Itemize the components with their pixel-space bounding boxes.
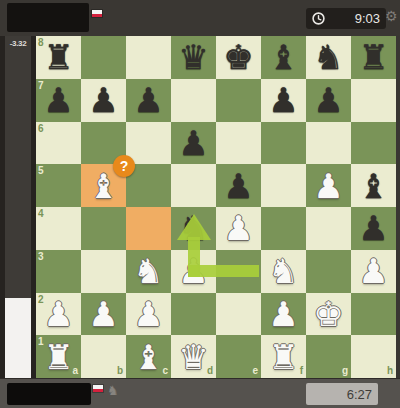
square-d7[interactable] <box>171 79 216 122</box>
piece-white-pawn[interactable]: ♟ <box>306 164 351 207</box>
piece-white-knight[interactable]: ♞ <box>126 250 171 293</box>
piece-white-pawn[interactable]: ♟ <box>171 250 216 293</box>
square-g6[interactable] <box>306 122 351 165</box>
square-b3[interactable] <box>81 250 126 293</box>
square-h5[interactable]: ♝ <box>351 164 396 207</box>
poland-flag-icon <box>92 10 102 17</box>
square-a4[interactable]: 4 <box>36 207 81 250</box>
square-h8[interactable]: ♜ <box>351 36 396 79</box>
piece-black-rook[interactable]: ♜ <box>351 36 396 79</box>
file-label-e: e <box>252 366 258 376</box>
square-f8[interactable]: ♝ <box>261 36 306 79</box>
rank-label-6: 6 <box>38 124 44 134</box>
piece-white-bishop[interactable]: ♝ <box>126 335 171 378</box>
piece-black-pawn[interactable]: ♟ <box>351 207 396 250</box>
file-label-h: h <box>387 366 393 376</box>
piece-white-queen[interactable]: ♛ <box>171 335 216 378</box>
file-label-b: b <box>117 366 123 376</box>
file-label-g: g <box>342 366 348 376</box>
square-f5[interactable] <box>261 164 306 207</box>
square-h1[interactable]: h <box>351 335 396 378</box>
square-a6[interactable]: 6 <box>36 122 81 165</box>
square-e7[interactable] <box>216 79 261 122</box>
piece-white-bishop[interactable]: ♝ <box>81 164 126 207</box>
square-g5[interactable]: ♟ <box>306 164 351 207</box>
evaluation-bar <box>5 36 31 378</box>
piece-white-king[interactable]: ♚ <box>306 293 351 336</box>
square-c3[interactable]: ♞ <box>126 250 171 293</box>
square-e8[interactable]: ♚ <box>216 36 261 79</box>
square-e2[interactable] <box>216 293 261 336</box>
bottom-clock-time: 6:27 <box>347 387 372 402</box>
square-f6[interactable] <box>261 122 306 165</box>
square-b1[interactable]: b <box>81 335 126 378</box>
square-d2[interactable] <box>171 293 216 336</box>
square-e4[interactable]: ♟ <box>216 207 261 250</box>
piece-black-pawn[interactable]: ♟ <box>36 79 81 122</box>
piece-white-pawn[interactable]: ♟ <box>126 293 171 336</box>
rank-label-5: 5 <box>38 166 44 176</box>
top-player-name-redacted <box>7 3 89 32</box>
square-e6[interactable] <box>216 122 261 165</box>
square-b7[interactable]: ♟ <box>81 79 126 122</box>
piece-black-pawn[interactable]: ♟ <box>306 79 351 122</box>
rank-label-4: 4 <box>38 209 44 219</box>
square-h6[interactable] <box>351 122 396 165</box>
piece-white-rook[interactable]: ♜ <box>36 335 81 378</box>
piece-black-queen[interactable]: ♛ <box>171 36 216 79</box>
piece-black-knight[interactable]: ♞ <box>171 207 216 250</box>
piece-black-king[interactable]: ♚ <box>216 36 261 79</box>
piece-black-pawn[interactable]: ♟ <box>81 79 126 122</box>
square-f7[interactable]: ♟ <box>261 79 306 122</box>
piece-black-bishop[interactable]: ♝ <box>261 36 306 79</box>
evaluation-score: -3.32 <box>0 39 36 48</box>
square-g3[interactable] <box>306 250 351 293</box>
square-a3[interactable]: 3 <box>36 250 81 293</box>
piece-white-pawn[interactable]: ♟ <box>36 293 81 336</box>
square-e5[interactable]: ♟ <box>216 164 261 207</box>
square-g8[interactable]: ♞ <box>306 36 351 79</box>
square-h4[interactable]: ♟ <box>351 207 396 250</box>
square-b6[interactable] <box>81 122 126 165</box>
square-d3[interactable]: ♟ <box>171 250 216 293</box>
poland-flag-icon <box>93 385 103 392</box>
piece-black-pawn[interactable]: ♟ <box>126 79 171 122</box>
piece-black-bishop[interactable]: ♝ <box>351 164 396 207</box>
top-player-clock: 9:03 <box>306 8 386 29</box>
square-d6[interactable]: ♟ <box>171 122 216 165</box>
square-b8[interactable] <box>81 36 126 79</box>
square-h2[interactable] <box>351 293 396 336</box>
square-d8[interactable]: ♛ <box>171 36 216 79</box>
square-a8[interactable]: 8♜ <box>36 36 81 79</box>
bottom-player-bar: ♞ 6:27 <box>0 378 400 408</box>
square-f2[interactable]: ♟ <box>261 293 306 336</box>
gear-icon[interactable]: ⚙ <box>385 9 398 23</box>
piece-black-pawn[interactable]: ♟ <box>261 79 306 122</box>
square-b4[interactable] <box>81 207 126 250</box>
square-f1[interactable]: f♜ <box>261 335 306 378</box>
square-a2[interactable]: 2♟ <box>36 293 81 336</box>
rank-label-3: 3 <box>38 252 44 262</box>
piece-white-pawn[interactable]: ♟ <box>261 293 306 336</box>
piece-white-knight[interactable]: ♞ <box>261 250 306 293</box>
piece-white-pawn[interactable]: ♟ <box>351 250 396 293</box>
top-clock-time: 9:03 <box>355 11 380 26</box>
square-h3[interactable]: ♟ <box>351 250 396 293</box>
square-g4[interactable] <box>306 207 351 250</box>
eval-strip: -3.32 <box>0 36 36 378</box>
piece-black-pawn[interactable]: ♟ <box>216 164 261 207</box>
board-right-margin <box>396 36 400 378</box>
square-c7[interactable]: ♟ <box>126 79 171 122</box>
square-f4[interactable] <box>261 207 306 250</box>
knight-figurine-icon: ♞ <box>107 384 119 397</box>
square-c1[interactable]: c♝ <box>126 335 171 378</box>
square-e3[interactable] <box>216 250 261 293</box>
square-b5[interactable]: ♝ <box>81 164 126 207</box>
square-c8[interactable] <box>126 36 171 79</box>
square-e1[interactable]: e <box>216 335 261 378</box>
clock-icon <box>312 12 325 25</box>
square-c4[interactable] <box>126 207 171 250</box>
bottom-player-name-redacted <box>7 383 91 405</box>
bottom-player-clock: 6:27 <box>306 383 378 405</box>
square-c2[interactable]: ♟ <box>126 293 171 336</box>
square-c6[interactable] <box>126 122 171 165</box>
piece-white-rook[interactable]: ♜ <box>261 335 306 378</box>
piece-black-rook[interactable]: ♜ <box>36 36 81 79</box>
square-g1[interactable]: g <box>306 335 351 378</box>
piece-black-knight[interactable]: ♞ <box>306 36 351 79</box>
square-a1[interactable]: 1a♜ <box>36 335 81 378</box>
piece-black-pawn[interactable]: ♟ <box>171 122 216 165</box>
top-player-bar: 9:03 ⚙ <box>0 0 400 36</box>
square-a7[interactable]: 7♟ <box>36 79 81 122</box>
square-g7[interactable]: ♟ <box>306 79 351 122</box>
square-d5[interactable] <box>171 164 216 207</box>
square-c5[interactable] <box>126 164 171 207</box>
evaluation-bar-white-portion <box>5 298 31 378</box>
board: 8♜♛♚♝♞♜7♟♟♟♟♟6♟5♝♟♟♝4♞♟♟3♞♟♞♟2♟♟♟♟♚1a♜bc… <box>36 36 396 378</box>
square-a5[interactable]: 5 <box>36 164 81 207</box>
square-b2[interactable]: ♟ <box>81 293 126 336</box>
square-d4[interactable]: ♞ <box>171 207 216 250</box>
square-g2[interactable]: ♚ <box>306 293 351 336</box>
piece-white-pawn[interactable]: ♟ <box>216 207 261 250</box>
square-d1[interactable]: d♛ <box>171 335 216 378</box>
square-f3[interactable]: ♞ <box>261 250 306 293</box>
square-h7[interactable] <box>351 79 396 122</box>
piece-white-pawn[interactable]: ♟ <box>81 293 126 336</box>
